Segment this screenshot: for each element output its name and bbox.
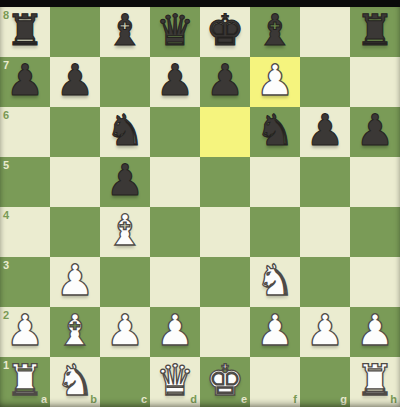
rank-label-3: 3 [3,260,9,271]
square-c7[interactable] [100,57,150,107]
white-king[interactable]: ♚ [206,355,245,405]
chess-app-screen: 8♜♝♛♚♝♜7♟♟♟♟♟6♞♞♟♟5♟4♝3♟♞2♟♝♟♟♟♟♟1a♜b♞cd… [0,0,400,407]
white-bishop[interactable]: ♝ [106,205,145,255]
square-h6[interactable]: ♟ [350,107,400,157]
square-b2[interactable]: ♝ [50,307,100,357]
square-g7[interactable] [300,57,350,107]
square-h7[interactable] [350,57,400,107]
white-pawn[interactable]: ♟ [6,305,45,355]
white-pawn[interactable]: ♟ [256,305,295,355]
square-g4[interactable] [300,207,350,257]
black-knight[interactable]: ♞ [106,105,145,155]
square-c4[interactable]: ♝ [100,207,150,257]
black-pawn[interactable]: ♟ [56,55,95,105]
square-c2[interactable]: ♟ [100,307,150,357]
square-a4[interactable]: 4 [0,207,50,257]
square-b5[interactable] [50,157,100,207]
square-a7[interactable]: 7♟ [0,57,50,107]
black-pawn[interactable]: ♟ [156,55,195,105]
square-e2[interactable] [200,307,250,357]
black-knight[interactable]: ♞ [256,105,295,155]
square-a8[interactable]: 8♜ [0,7,50,57]
square-d1[interactable]: d♛ [150,357,200,407]
square-d2[interactable]: ♟ [150,307,200,357]
square-c6[interactable]: ♞ [100,107,150,157]
black-bishop[interactable]: ♝ [256,5,295,55]
square-f1[interactable]: f [250,357,300,407]
black-queen[interactable]: ♛ [156,5,195,55]
square-c1[interactable]: c [100,357,150,407]
square-d4[interactable] [150,207,200,257]
square-e1[interactable]: e♚ [200,357,250,407]
black-rook[interactable]: ♜ [6,5,45,55]
top-bar [0,0,400,7]
white-queen[interactable]: ♛ [156,355,195,405]
square-h3[interactable] [350,257,400,307]
square-a6[interactable]: 6 [0,107,50,157]
square-g3[interactable] [300,257,350,307]
file-label-c: c [141,394,147,405]
square-f6[interactable]: ♞ [250,107,300,157]
file-label-f: f [293,394,297,405]
white-rook[interactable]: ♜ [356,355,395,405]
square-f8[interactable]: ♝ [250,7,300,57]
black-pawn[interactable]: ♟ [306,105,345,155]
square-g6[interactable]: ♟ [300,107,350,157]
square-c5[interactable]: ♟ [100,157,150,207]
square-h8[interactable]: ♜ [350,7,400,57]
white-knight[interactable]: ♞ [56,355,95,405]
black-pawn[interactable]: ♟ [206,55,245,105]
black-bishop[interactable]: ♝ [106,5,145,55]
square-f5[interactable] [250,157,300,207]
square-b8[interactable] [50,7,100,57]
file-label-g: g [340,394,347,405]
white-pawn[interactable]: ♟ [256,55,295,105]
square-h2[interactable]: ♟ [350,307,400,357]
square-e4[interactable] [200,207,250,257]
square-a5[interactable]: 5 [0,157,50,207]
white-pawn[interactable]: ♟ [56,255,95,305]
white-pawn[interactable]: ♟ [306,305,345,355]
square-e7[interactable]: ♟ [200,57,250,107]
white-rook[interactable]: ♜ [6,355,45,405]
square-f7[interactable]: ♟ [250,57,300,107]
square-e6[interactable] [200,107,250,157]
square-b1[interactable]: b♞ [50,357,100,407]
black-pawn[interactable]: ♟ [6,55,45,105]
white-pawn[interactable]: ♟ [106,305,145,355]
white-pawn[interactable]: ♟ [156,305,195,355]
square-a2[interactable]: 2♟ [0,307,50,357]
black-rook[interactable]: ♜ [356,5,395,55]
rank-label-6: 6 [3,110,9,121]
square-e3[interactable] [200,257,250,307]
rank-label-5: 5 [3,160,9,171]
square-b7[interactable]: ♟ [50,57,100,107]
square-h4[interactable] [350,207,400,257]
black-pawn[interactable]: ♟ [106,155,145,205]
square-c8[interactable]: ♝ [100,7,150,57]
black-king[interactable]: ♚ [206,5,245,55]
white-knight[interactable]: ♞ [256,255,295,305]
square-d7[interactable]: ♟ [150,57,200,107]
square-d8[interactable]: ♛ [150,7,200,57]
square-h5[interactable] [350,157,400,207]
square-f2[interactable]: ♟ [250,307,300,357]
square-g1[interactable]: g [300,357,350,407]
square-f4[interactable] [250,207,300,257]
square-b3[interactable]: ♟ [50,257,100,307]
rank-label-4: 4 [3,210,9,221]
square-e8[interactable]: ♚ [200,7,250,57]
square-f3[interactable]: ♞ [250,257,300,307]
square-h1[interactable]: h♜ [350,357,400,407]
square-a3[interactable]: 3 [0,257,50,307]
black-pawn[interactable]: ♟ [356,105,395,155]
square-d3[interactable] [150,257,200,307]
white-pawn[interactable]: ♟ [356,305,395,355]
square-d5[interactable] [150,157,200,207]
square-b6[interactable] [50,107,100,157]
white-bishop[interactable]: ♝ [56,305,95,355]
square-g8[interactable] [300,7,350,57]
square-e5[interactable] [200,157,250,207]
square-b4[interactable] [50,207,100,257]
square-a1[interactable]: 1a♜ [0,357,50,407]
square-g5[interactable] [300,157,350,207]
chess-board: 8♜♝♛♚♝♜7♟♟♟♟♟6♞♞♟♟5♟4♝3♟♞2♟♝♟♟♟♟♟1a♜b♞cd… [0,7,400,407]
square-c3[interactable] [100,257,150,307]
square-d6[interactable] [150,107,200,157]
square-g2[interactable]: ♟ [300,307,350,357]
